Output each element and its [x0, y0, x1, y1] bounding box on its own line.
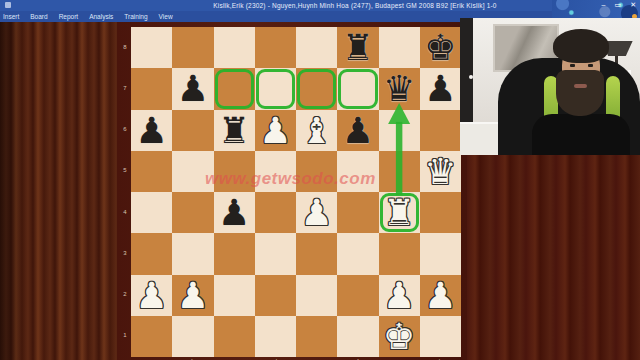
menu-item-board[interactable]: Board — [30, 11, 47, 22]
room-dark-edge — [460, 18, 473, 128]
webcam-overlay — [460, 18, 640, 155]
square-c8[interactable] — [214, 27, 255, 68]
square-e3[interactable] — [296, 233, 337, 274]
person-mouth — [574, 84, 587, 88]
square-h1[interactable] — [420, 316, 461, 357]
square-b8[interactable] — [172, 27, 213, 68]
square-c1[interactable] — [214, 316, 255, 357]
white-dresser — [460, 122, 502, 155]
piece-black-pawn[interactable]: ♟ — [177, 68, 209, 109]
square-e1[interactable] — [296, 316, 337, 357]
person-hair — [553, 29, 609, 63]
app-window: Kislik,Erik (2302) - Nguyen,Huynh Minh H… — [0, 0, 640, 360]
square-g8[interactable] — [379, 27, 420, 68]
menu-item-training[interactable]: Training — [124, 11, 147, 22]
square-c6[interactable]: ♜ — [214, 110, 255, 151]
rank-label-1: 1 — [121, 332, 129, 338]
square-g4[interactable]: ♜ — [379, 192, 420, 233]
square-h8[interactable]: ♚ — [420, 27, 461, 68]
square-g7[interactable]: ♛ — [379, 68, 420, 109]
square-h3[interactable] — [420, 233, 461, 274]
square-a5[interactable] — [131, 151, 172, 192]
square-g5[interactable] — [379, 151, 420, 192]
piece-white-pawn[interactable]: ♟ — [383, 275, 415, 316]
square-g3[interactable] — [379, 233, 420, 274]
square-h6[interactable] — [420, 110, 461, 151]
piece-white-pawn[interactable]: ♟ — [177, 275, 209, 316]
menu-item-insert[interactable]: Insert — [3, 11, 19, 22]
square-d7[interactable] — [255, 68, 296, 109]
menu-item-report[interactable]: Report — [59, 11, 79, 22]
square-f2[interactable] — [337, 275, 378, 316]
person-shirt — [532, 114, 630, 155]
rank-label-2: 2 — [121, 291, 129, 297]
window-controls: – ▭ ✕ — [602, 0, 636, 11]
board-grid[interactable]: ♜♚♟♛♟♟♜♟♝♟♛♟♟♜♟♟♟♟♚ — [131, 27, 461, 357]
person-eye-right — [588, 64, 593, 67]
close-button[interactable]: ✕ — [630, 0, 636, 11]
piece-white-rook[interactable]: ♜ — [383, 192, 415, 233]
square-f8[interactable]: ♜ — [337, 27, 378, 68]
square-a1[interactable] — [131, 316, 172, 357]
maximize-button[interactable]: ▭ — [615, 0, 622, 11]
piece-black-queen[interactable]: ♛ — [383, 68, 415, 109]
rank-label-5: 5 — [121, 167, 129, 173]
square-e6[interactable]: ♝ — [296, 110, 337, 151]
person-beard — [556, 70, 604, 116]
square-e2[interactable] — [296, 275, 337, 316]
square-c4[interactable]: ♟ — [214, 192, 255, 233]
piece-black-pawn[interactable]: ♟ — [135, 110, 167, 151]
square-e8[interactable] — [296, 27, 337, 68]
piece-black-king[interactable]: ♚ — [424, 27, 456, 68]
square-h5[interactable]: ♛ — [420, 151, 461, 192]
square-g2[interactable]: ♟ — [379, 275, 420, 316]
piece-black-pawn[interactable]: ♟ — [218, 192, 250, 233]
rank-label-8: 8 — [121, 44, 129, 50]
person-eye-left — [570, 64, 575, 67]
square-a7[interactable] — [131, 68, 172, 109]
piece-black-pawn[interactable]: ♟ — [342, 110, 374, 151]
menu-item-view[interactable]: View — [159, 11, 173, 22]
square-g1[interactable]: ♚ — [379, 316, 420, 357]
square-f3[interactable] — [337, 233, 378, 274]
wall-light-spot — [469, 75, 473, 79]
watermark: www.getwsodo.com — [205, 169, 376, 189]
square-b2[interactable]: ♟ — [172, 275, 213, 316]
square-d3[interactable] — [255, 233, 296, 274]
square-d4[interactable] — [255, 192, 296, 233]
square-b3[interactable] — [172, 233, 213, 274]
menu-item-analysis[interactable]: Analysis — [89, 11, 113, 22]
square-f6[interactable]: ♟ — [337, 110, 378, 151]
square-h7[interactable]: ♟ — [420, 68, 461, 109]
rank-label-4: 4 — [121, 209, 129, 215]
square-a3[interactable] — [131, 233, 172, 274]
square-f4[interactable] — [337, 192, 378, 233]
square-f1[interactable] — [337, 316, 378, 357]
square-e7[interactable] — [296, 68, 337, 109]
rank-label-7: 7 — [121, 85, 129, 91]
piece-white-pawn[interactable]: ♟ — [135, 275, 167, 316]
square-b4[interactable] — [172, 192, 213, 233]
piece-white-pawn[interactable]: ♟ — [259, 110, 291, 151]
piece-white-pawn[interactable]: ♟ — [300, 192, 332, 233]
square-f7[interactable] — [337, 68, 378, 109]
rank-label-3: 3 — [121, 250, 129, 256]
square-e4[interactable]: ♟ — [296, 192, 337, 233]
piece-black-rook[interactable]: ♜ — [342, 27, 374, 68]
square-d6[interactable]: ♟ — [255, 110, 296, 151]
window-title: Kislik,Erik (2302) - Nguyen,Huynh Minh H… — [0, 0, 640, 11]
square-h4[interactable] — [420, 192, 461, 233]
square-b7[interactable]: ♟ — [172, 68, 213, 109]
square-a2[interactable]: ♟ — [131, 275, 172, 316]
minimize-button[interactable]: – — [602, 0, 606, 11]
piece-white-queen[interactable]: ♛ — [424, 151, 456, 192]
piece-white-bishop[interactable]: ♝ — [300, 110, 332, 151]
piece-white-pawn[interactable]: ♟ — [424, 275, 456, 316]
square-d8[interactable] — [255, 27, 296, 68]
square-a6[interactable]: ♟ — [131, 110, 172, 151]
square-h2[interactable]: ♟ — [420, 275, 461, 316]
square-c3[interactable] — [214, 233, 255, 274]
square-d2[interactable] — [255, 275, 296, 316]
square-a4[interactable] — [131, 192, 172, 233]
square-d1[interactable] — [255, 316, 296, 357]
title-bar: Kislik,Erik (2302) - Nguyen,Huynh Minh H… — [0, 0, 640, 11]
app-icon — [5, 2, 11, 8]
rank-label-6: 6 — [121, 126, 129, 132]
square-b6[interactable] — [172, 110, 213, 151]
piece-black-rook[interactable]: ♜ — [218, 110, 250, 151]
square-c7[interactable] — [214, 68, 255, 109]
square-a8[interactable] — [131, 27, 172, 68]
square-b1[interactable] — [172, 316, 213, 357]
square-g6[interactable] — [379, 110, 420, 151]
square-c2[interactable] — [214, 275, 255, 316]
piece-white-king[interactable]: ♚ — [383, 316, 415, 357]
chess-board: ♜♚♟♛♟♟♜♟♝♟♛♟♟♜♟♟♟♟♚ www.getwsodo.com 876… — [117, 22, 467, 360]
piece-black-pawn[interactable]: ♟ — [424, 68, 456, 109]
